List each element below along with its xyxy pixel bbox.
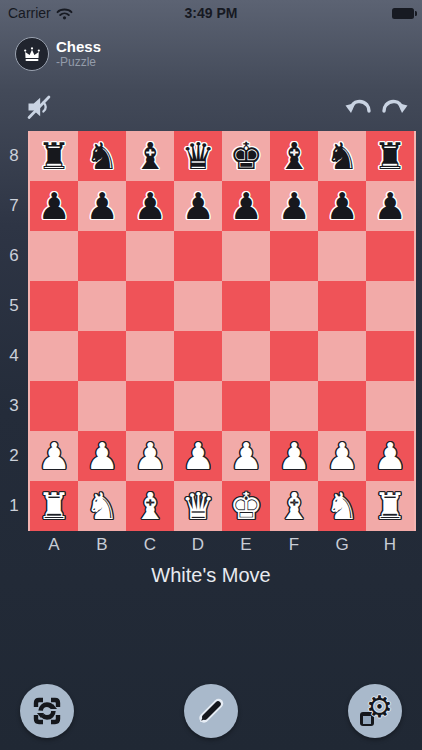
square-b8[interactable]: ♞ [78,131,126,181]
rank-label-2: 2 [0,431,28,481]
square-d8[interactable]: ♛ [174,131,222,181]
square-e5[interactable] [222,281,270,331]
square-c7[interactable]: ♟ [126,181,174,231]
square-d1[interactable]: ♛ [174,481,222,531]
square-c1[interactable]: ♝ [126,481,174,531]
file-label-a: A [30,531,78,559]
app-titles: Chess -Puzzle [56,39,101,70]
square-h2[interactable]: ♟ [366,431,414,481]
square-e7[interactable]: ♟ [222,181,270,231]
square-f3[interactable] [270,381,318,431]
square-f4[interactable] [270,331,318,381]
square-h4[interactable] [366,331,414,381]
piece-white-knight: ♞ [85,488,118,525]
rank-label-7: 7 [0,181,28,231]
rank-label-8: 8 [0,131,28,181]
square-f8[interactable]: ♝ [270,131,318,181]
square-g7[interactable]: ♟ [318,181,366,231]
square-a1[interactable]: ♜ [30,481,78,531]
piece-white-pawn: ♟ [37,438,70,475]
piece-black-rook: ♜ [373,138,406,175]
square-d2[interactable]: ♟ [174,431,222,481]
square-c8[interactable]: ♝ [126,131,174,181]
square-b5[interactable] [78,281,126,331]
square-b3[interactable] [78,381,126,431]
piece-black-king: ♚ [229,138,262,175]
piece-black-pawn: ♟ [373,188,406,225]
piece-black-bishop: ♝ [277,138,310,175]
file-label-h: H [366,531,414,559]
square-g2[interactable]: ♟ [318,431,366,481]
pen-icon [195,695,227,727]
redo-arrow-icon [382,96,408,117]
square-e1[interactable]: ♚ [222,481,270,531]
file-label-d: D [174,531,222,559]
piece-black-bishop: ♝ [133,138,166,175]
reset-board-button[interactable] [20,684,74,738]
file-label-g: G [318,531,366,559]
square-b6[interactable] [78,231,126,281]
square-g1[interactable]: ♞ [318,481,366,531]
square-d6[interactable] [174,231,222,281]
square-d5[interactable] [174,281,222,331]
chess-board: ♜♞♝♛♚♝♞♜♟♟♟♟♟♟♟♟♟♟♟♟♟♟♟♟♜♞♝♛♚♝♞♜ [28,131,416,531]
square-e4[interactable] [222,331,270,381]
piece-white-pawn: ♟ [277,438,310,475]
piece-white-bishop: ♝ [277,488,310,525]
square-f1[interactable]: ♝ [270,481,318,531]
square-h8[interactable]: ♜ [366,131,414,181]
status-bar: Carrier 3:49 PM [0,0,422,24]
rank-label-3: 3 [0,381,28,431]
piece-white-rook: ♜ [37,488,70,525]
square-f6[interactable] [270,231,318,281]
file-label-b: B [78,531,126,559]
battery-icon [392,8,414,19]
square-a6[interactable] [30,231,78,281]
file-labels: ABCDEFGH [30,531,414,559]
square-g8[interactable]: ♞ [318,131,366,181]
piece-white-king: ♚ [229,488,262,525]
square-g4[interactable] [318,331,366,381]
piece-white-pawn: ♟ [229,438,262,475]
square-e3[interactable] [222,381,270,431]
gear-icon: ⚙ [359,695,391,727]
square-f5[interactable] [270,281,318,331]
piece-black-pawn: ♟ [37,188,70,225]
square-c5[interactable] [126,281,174,331]
square-a8[interactable]: ♜ [30,131,78,181]
square-h1[interactable]: ♜ [366,481,414,531]
app-title: Chess [56,39,101,56]
piece-black-knight: ♞ [325,138,358,175]
square-a2[interactable]: ♟ [30,431,78,481]
piece-white-pawn: ♟ [85,438,118,475]
square-c2[interactable]: ♟ [126,431,174,481]
square-d7[interactable]: ♟ [174,181,222,231]
square-d4[interactable] [174,331,222,381]
move-history-controls [345,96,408,117]
rank-label-1: 1 [0,481,28,531]
piece-black-pawn: ♟ [133,188,166,225]
piece-black-queen: ♛ [181,138,214,175]
piece-black-pawn: ♟ [85,188,118,225]
rank-label-5: 5 [0,281,28,331]
square-h5[interactable] [366,281,414,331]
carrier-label: Carrier [8,5,51,21]
square-a5[interactable] [30,281,78,331]
piece-black-knight: ♞ [85,138,118,175]
muted-speaker-icon [24,93,54,121]
gear-glyph: ⚙ [366,689,393,724]
app-logo [15,37,49,71]
app-subtitle: -Puzzle [56,56,101,69]
square-c4[interactable] [126,331,174,381]
square-h6[interactable] [366,231,414,281]
square-f2[interactable]: ♟ [270,431,318,481]
status-right [392,8,414,19]
square-h7[interactable]: ♟ [366,181,414,231]
file-label-e: E [222,531,270,559]
rank-label-4: 4 [0,331,28,381]
square-b1[interactable]: ♞ [78,481,126,531]
square-a4[interactable] [30,331,78,381]
piece-white-rook: ♜ [373,488,406,525]
piece-white-queen: ♛ [181,488,214,525]
square-b7[interactable]: ♟ [78,181,126,231]
piece-black-pawn: ♟ [181,188,214,225]
app-header: Chess -Puzzle [15,37,101,71]
pen-button[interactable] [184,684,238,738]
square-b2[interactable]: ♟ [78,431,126,481]
square-e6[interactable] [222,231,270,281]
square-e2[interactable]: ♟ [222,431,270,481]
undo-button[interactable] [345,96,371,117]
settings-button[interactable]: ⚙ [348,684,402,738]
piece-white-pawn: ♟ [133,438,166,475]
status-left: Carrier [8,5,73,21]
square-b4[interactable] [78,331,126,381]
rank-label-6: 6 [0,231,28,281]
piece-white-bishop: ♝ [133,488,166,525]
piece-black-rook: ♜ [37,138,70,175]
square-d3[interactable] [174,381,222,431]
square-g6[interactable] [318,231,366,281]
square-a7[interactable]: ♟ [30,181,78,231]
square-f7[interactable]: ♟ [270,181,318,231]
square-c6[interactable] [126,231,174,281]
file-label-c: C [126,531,174,559]
rank-labels: 87654321 [0,131,28,531]
piece-white-pawn: ♟ [181,438,214,475]
piece-black-pawn: ♟ [277,188,310,225]
piece-white-knight: ♞ [325,488,358,525]
app-screen: Carrier 3:49 PM [0,0,422,750]
square-e8[interactable]: ♚ [222,131,270,181]
square-g5[interactable] [318,281,366,331]
file-label-f: F [270,531,318,559]
square-a3[interactable] [30,381,78,431]
square-g3[interactable] [318,381,366,431]
turn-indicator: White's Move [0,564,422,587]
redo-button[interactable] [382,96,408,117]
wifi-icon [56,7,73,20]
mute-button[interactable] [23,92,55,122]
square-h3[interactable] [366,381,414,431]
piece-white-pawn: ♟ [325,438,358,475]
reset-icon [32,696,62,726]
piece-white-pawn: ♟ [373,438,406,475]
square-c3[interactable] [126,381,174,431]
crown-icon [23,47,41,62]
piece-black-pawn: ♟ [229,188,262,225]
piece-black-pawn: ♟ [325,188,358,225]
undo-arrow-icon [345,96,371,117]
